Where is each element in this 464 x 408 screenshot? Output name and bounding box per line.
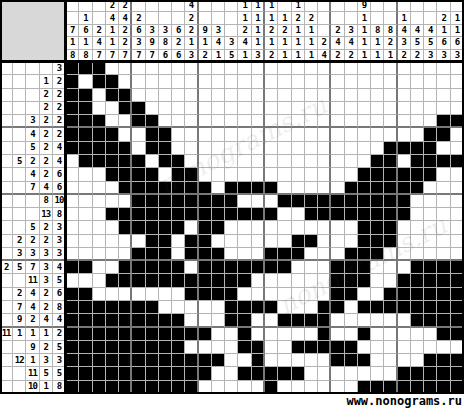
cell[interactable] <box>146 102 159 115</box>
cell[interactable] <box>252 301 265 314</box>
cell[interactable] <box>238 314 251 327</box>
cell[interactable] <box>345 155 358 168</box>
cell[interactable] <box>66 142 79 155</box>
cell[interactable] <box>106 248 119 261</box>
cell[interactable] <box>411 367 424 380</box>
cell[interactable] <box>252 341 265 354</box>
cell[interactable] <box>212 341 225 354</box>
cell[interactable] <box>278 261 291 274</box>
cell[interactable] <box>278 328 291 341</box>
cell[interactable] <box>119 367 132 380</box>
cell[interactable] <box>278 182 291 195</box>
cell[interactable] <box>345 168 358 181</box>
cell[interactable] <box>119 142 132 155</box>
cell[interactable] <box>451 195 464 208</box>
cell[interactable] <box>66 274 79 287</box>
cell[interactable] <box>212 288 225 301</box>
cell[interactable] <box>119 354 132 367</box>
cell[interactable] <box>411 261 424 274</box>
cell[interactable] <box>437 195 450 208</box>
cell[interactable] <box>371 62 384 75</box>
cell[interactable] <box>265 381 278 394</box>
cell[interactable] <box>345 221 358 234</box>
cell[interactable] <box>172 314 185 327</box>
cell[interactable] <box>424 235 437 248</box>
cell[interactable] <box>331 301 344 314</box>
cell[interactable] <box>172 62 185 75</box>
cell[interactable] <box>371 341 384 354</box>
cell[interactable] <box>331 102 344 115</box>
cell[interactable] <box>225 115 238 128</box>
cell[interactable] <box>278 75 291 88</box>
cell[interactable] <box>371 115 384 128</box>
cell[interactable] <box>451 102 464 115</box>
cell[interactable] <box>331 274 344 287</box>
cell[interactable] <box>79 261 92 274</box>
cell[interactable] <box>411 155 424 168</box>
cell[interactable] <box>331 142 344 155</box>
cell[interactable] <box>132 208 145 221</box>
cell[interactable] <box>185 195 198 208</box>
cell[interactable] <box>451 155 464 168</box>
cell[interactable] <box>331 195 344 208</box>
cell[interactable] <box>159 341 172 354</box>
cell[interactable] <box>79 142 92 155</box>
cell[interactable] <box>66 341 79 354</box>
cell[interactable] <box>305 274 318 287</box>
cell[interactable] <box>172 182 185 195</box>
cell[interactable] <box>79 168 92 181</box>
cell[interactable] <box>93 62 106 75</box>
cell[interactable] <box>172 288 185 301</box>
cell[interactable] <box>318 341 331 354</box>
cell[interactable] <box>132 301 145 314</box>
cell[interactable] <box>79 354 92 367</box>
cell[interactable] <box>358 261 371 274</box>
cell[interactable] <box>384 115 397 128</box>
cell[interactable] <box>411 128 424 141</box>
cell[interactable] <box>278 235 291 248</box>
cell[interactable] <box>292 75 305 88</box>
cell[interactable] <box>292 248 305 261</box>
cell[interactable] <box>185 301 198 314</box>
cell[interactable] <box>292 89 305 102</box>
cell[interactable] <box>292 341 305 354</box>
cell[interactable] <box>159 261 172 274</box>
cell[interactable] <box>345 208 358 221</box>
cell[interactable] <box>437 328 450 341</box>
cell[interactable] <box>252 168 265 181</box>
cell[interactable] <box>358 182 371 195</box>
cell[interactable] <box>159 248 172 261</box>
cell[interactable] <box>199 314 212 327</box>
cell[interactable] <box>398 221 411 234</box>
cell[interactable] <box>159 381 172 394</box>
cell[interactable] <box>278 102 291 115</box>
cell[interactable] <box>132 155 145 168</box>
cell[interactable] <box>278 155 291 168</box>
cell[interactable] <box>93 341 106 354</box>
cell[interactable] <box>199 62 212 75</box>
cell[interactable] <box>451 128 464 141</box>
cell[interactable] <box>199 182 212 195</box>
cell[interactable] <box>278 89 291 102</box>
cell[interactable] <box>212 235 225 248</box>
cell[interactable] <box>119 195 132 208</box>
cell[interactable] <box>159 314 172 327</box>
cell[interactable] <box>265 155 278 168</box>
cell[interactable] <box>318 75 331 88</box>
cell[interactable] <box>265 274 278 287</box>
cell[interactable] <box>199 115 212 128</box>
cell[interactable] <box>278 274 291 287</box>
cell[interactable] <box>358 235 371 248</box>
cell[interactable] <box>66 354 79 367</box>
cell[interactable] <box>371 75 384 88</box>
cell[interactable] <box>451 75 464 88</box>
cell[interactable] <box>132 195 145 208</box>
cell[interactable] <box>106 288 119 301</box>
cell[interactable] <box>305 248 318 261</box>
cell[interactable] <box>252 89 265 102</box>
cell[interactable] <box>451 142 464 155</box>
cell[interactable] <box>265 367 278 380</box>
cell[interactable] <box>371 301 384 314</box>
cell[interactable] <box>66 168 79 181</box>
cell[interactable] <box>278 354 291 367</box>
cell[interactable] <box>119 328 132 341</box>
cell[interactable] <box>146 182 159 195</box>
cell[interactable] <box>345 341 358 354</box>
cell[interactable] <box>106 301 119 314</box>
cell[interactable] <box>172 301 185 314</box>
cell[interactable] <box>225 314 238 327</box>
cell[interactable] <box>159 354 172 367</box>
cell[interactable] <box>252 102 265 115</box>
cell[interactable] <box>66 102 79 115</box>
cell[interactable] <box>305 221 318 234</box>
cell[interactable] <box>345 75 358 88</box>
cell[interactable] <box>252 155 265 168</box>
cell[interactable] <box>185 261 198 274</box>
cell[interactable] <box>172 168 185 181</box>
cell[interactable] <box>358 328 371 341</box>
cell[interactable] <box>185 128 198 141</box>
cell[interactable] <box>292 367 305 380</box>
cell[interactable] <box>119 274 132 287</box>
cell[interactable] <box>398 314 411 327</box>
cell[interactable] <box>424 102 437 115</box>
cell[interactable] <box>79 182 92 195</box>
cell[interactable] <box>437 381 450 394</box>
cell[interactable] <box>106 115 119 128</box>
cell[interactable] <box>132 248 145 261</box>
cell[interactable] <box>265 102 278 115</box>
cell[interactable] <box>66 288 79 301</box>
cell[interactable] <box>225 354 238 367</box>
cell[interactable] <box>265 168 278 181</box>
cell[interactable] <box>371 314 384 327</box>
cell[interactable] <box>451 221 464 234</box>
cell[interactable] <box>318 168 331 181</box>
cell[interactable] <box>146 354 159 367</box>
cell[interactable] <box>384 221 397 234</box>
cell[interactable] <box>252 75 265 88</box>
cell[interactable] <box>318 155 331 168</box>
cell[interactable] <box>331 182 344 195</box>
cell[interactable] <box>146 261 159 274</box>
cell[interactable] <box>358 195 371 208</box>
cell[interactable] <box>146 328 159 341</box>
cell[interactable] <box>424 182 437 195</box>
cell[interactable] <box>437 155 450 168</box>
cell[interactable] <box>106 168 119 181</box>
cell[interactable] <box>358 381 371 394</box>
cell[interactable] <box>119 102 132 115</box>
cell[interactable] <box>292 182 305 195</box>
cell[interactable] <box>384 62 397 75</box>
cell[interactable] <box>172 328 185 341</box>
cell[interactable] <box>331 381 344 394</box>
cell[interactable] <box>371 288 384 301</box>
cell[interactable] <box>384 168 397 181</box>
cell[interactable] <box>238 89 251 102</box>
cell[interactable] <box>225 168 238 181</box>
cell[interactable] <box>451 89 464 102</box>
cell[interactable] <box>119 288 132 301</box>
cell[interactable] <box>358 367 371 380</box>
cell[interactable] <box>305 195 318 208</box>
cell[interactable] <box>345 248 358 261</box>
cell[interactable] <box>146 62 159 75</box>
cell[interactable] <box>451 288 464 301</box>
cell[interactable] <box>292 208 305 221</box>
cell[interactable] <box>358 102 371 115</box>
cell[interactable] <box>305 235 318 248</box>
cell[interactable] <box>278 208 291 221</box>
cell[interactable] <box>292 102 305 115</box>
cell[interactable] <box>93 208 106 221</box>
cell[interactable] <box>185 89 198 102</box>
cell[interactable] <box>384 301 397 314</box>
cell[interactable] <box>398 142 411 155</box>
cell[interactable] <box>238 142 251 155</box>
cell[interactable] <box>384 89 397 102</box>
cell[interactable] <box>331 115 344 128</box>
cell[interactable] <box>265 301 278 314</box>
cell[interactable] <box>225 182 238 195</box>
cell[interactable] <box>424 274 437 287</box>
cell[interactable] <box>119 235 132 248</box>
cell[interactable] <box>212 115 225 128</box>
cell[interactable] <box>371 248 384 261</box>
cell[interactable] <box>159 155 172 168</box>
cell[interactable] <box>345 115 358 128</box>
cell[interactable] <box>411 208 424 221</box>
cell[interactable] <box>292 274 305 287</box>
cell[interactable] <box>451 341 464 354</box>
cell[interactable] <box>305 208 318 221</box>
cell[interactable] <box>119 248 132 261</box>
cell[interactable] <box>185 341 198 354</box>
cell[interactable] <box>212 314 225 327</box>
cell[interactable] <box>225 381 238 394</box>
cell[interactable] <box>451 354 464 367</box>
cell[interactable] <box>398 367 411 380</box>
cell[interactable] <box>238 75 251 88</box>
cell[interactable] <box>66 89 79 102</box>
cell[interactable] <box>159 62 172 75</box>
cell[interactable] <box>146 248 159 261</box>
cell[interactable] <box>252 367 265 380</box>
cell[interactable] <box>225 128 238 141</box>
cell[interactable] <box>318 248 331 261</box>
cell[interactable] <box>424 367 437 380</box>
cell[interactable] <box>93 168 106 181</box>
cell[interactable] <box>212 221 225 234</box>
cell[interactable] <box>159 75 172 88</box>
cell[interactable] <box>172 102 185 115</box>
cell[interactable] <box>172 221 185 234</box>
cell[interactable] <box>79 89 92 102</box>
cell[interactable] <box>305 341 318 354</box>
cell[interactable] <box>238 128 251 141</box>
cell[interactable] <box>371 195 384 208</box>
cell[interactable] <box>451 274 464 287</box>
cell[interactable] <box>411 301 424 314</box>
cell[interactable] <box>278 128 291 141</box>
cell[interactable] <box>345 354 358 367</box>
cell[interactable] <box>225 248 238 261</box>
cell[interactable] <box>172 128 185 141</box>
cell[interactable] <box>424 89 437 102</box>
cell[interactable] <box>66 208 79 221</box>
cell[interactable] <box>185 221 198 234</box>
cell[interactable] <box>238 235 251 248</box>
cell[interactable] <box>159 328 172 341</box>
cell[interactable] <box>384 195 397 208</box>
cell[interactable] <box>345 274 358 287</box>
cell[interactable] <box>159 288 172 301</box>
cell[interactable] <box>451 261 464 274</box>
cell[interactable] <box>424 75 437 88</box>
cell[interactable] <box>398 274 411 287</box>
cell[interactable] <box>146 314 159 327</box>
cell[interactable] <box>172 155 185 168</box>
cell[interactable] <box>265 235 278 248</box>
cell[interactable] <box>278 301 291 314</box>
cell[interactable] <box>358 314 371 327</box>
cell[interactable] <box>119 301 132 314</box>
cell[interactable] <box>79 195 92 208</box>
cell[interactable] <box>132 328 145 341</box>
cell[interactable] <box>225 62 238 75</box>
cell[interactable] <box>371 354 384 367</box>
cell[interactable] <box>79 75 92 88</box>
cell[interactable] <box>199 195 212 208</box>
cell[interactable] <box>185 75 198 88</box>
cell[interactable] <box>331 62 344 75</box>
cell[interactable] <box>345 89 358 102</box>
cell[interactable] <box>79 367 92 380</box>
cell[interactable] <box>278 288 291 301</box>
cell[interactable] <box>66 381 79 394</box>
cell[interactable] <box>252 314 265 327</box>
cell[interactable] <box>345 182 358 195</box>
cell[interactable] <box>199 381 212 394</box>
cell[interactable] <box>106 354 119 367</box>
cell[interactable] <box>119 261 132 274</box>
cell[interactable] <box>437 274 450 287</box>
cell[interactable] <box>358 62 371 75</box>
cell[interactable] <box>66 128 79 141</box>
cell[interactable] <box>212 248 225 261</box>
cell[interactable] <box>93 367 106 380</box>
cell[interactable] <box>225 367 238 380</box>
cell[interactable] <box>185 208 198 221</box>
cell[interactable] <box>305 75 318 88</box>
cell[interactable] <box>384 208 397 221</box>
cell[interactable] <box>252 274 265 287</box>
cell[interactable] <box>93 354 106 367</box>
cell[interactable] <box>146 301 159 314</box>
cell[interactable] <box>106 381 119 394</box>
cell[interactable] <box>318 354 331 367</box>
cell[interactable] <box>185 102 198 115</box>
cell[interactable] <box>331 261 344 274</box>
cell[interactable] <box>411 288 424 301</box>
cell[interactable] <box>265 354 278 367</box>
cell[interactable] <box>199 301 212 314</box>
cell[interactable] <box>424 155 437 168</box>
cell[interactable] <box>371 208 384 221</box>
cell[interactable] <box>371 261 384 274</box>
cell[interactable] <box>212 367 225 380</box>
cell[interactable] <box>398 288 411 301</box>
cell[interactable] <box>384 155 397 168</box>
cell[interactable] <box>93 89 106 102</box>
cell[interactable] <box>238 328 251 341</box>
cell[interactable] <box>225 288 238 301</box>
cell[interactable] <box>225 102 238 115</box>
cell[interactable] <box>331 248 344 261</box>
cell[interactable] <box>132 274 145 287</box>
cell[interactable] <box>172 274 185 287</box>
cell[interactable] <box>398 182 411 195</box>
cell[interactable] <box>66 221 79 234</box>
cell[interactable] <box>278 341 291 354</box>
cell[interactable] <box>398 128 411 141</box>
cell[interactable] <box>225 221 238 234</box>
cell[interactable] <box>292 328 305 341</box>
cell[interactable] <box>424 168 437 181</box>
cell[interactable] <box>212 168 225 181</box>
cell[interactable] <box>199 274 212 287</box>
cell[interactable] <box>252 142 265 155</box>
cell[interactable] <box>159 221 172 234</box>
cell[interactable] <box>66 248 79 261</box>
cell[interactable] <box>451 381 464 394</box>
cell[interactable] <box>199 142 212 155</box>
cell[interactable] <box>371 182 384 195</box>
cell[interactable] <box>371 381 384 394</box>
cell[interactable] <box>93 314 106 327</box>
cell[interactable] <box>212 195 225 208</box>
cell[interactable] <box>79 208 92 221</box>
cell[interactable] <box>106 142 119 155</box>
cell[interactable] <box>132 261 145 274</box>
cell[interactable] <box>331 328 344 341</box>
